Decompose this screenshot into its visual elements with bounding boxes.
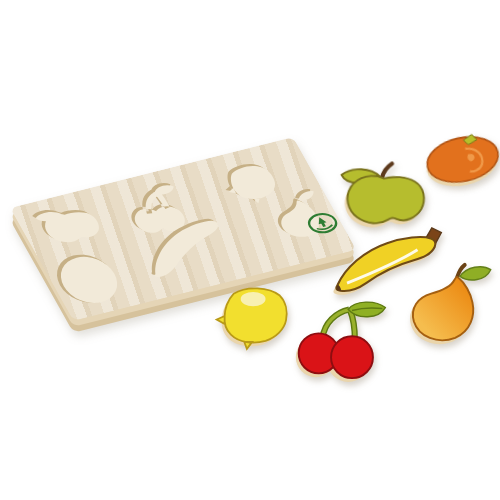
apple-body xyxy=(346,173,425,224)
pear-piece xyxy=(400,262,494,358)
lemon-slot xyxy=(215,160,284,209)
lemon-piece xyxy=(214,280,294,352)
apple-stem xyxy=(381,164,392,178)
apple-slot xyxy=(31,200,105,248)
lemon-highlight xyxy=(241,292,266,306)
board-cutouts xyxy=(10,137,356,321)
cherry-right xyxy=(331,336,373,378)
apple-piece xyxy=(332,156,432,233)
board-face xyxy=(10,137,356,321)
pear-body xyxy=(413,277,473,340)
cherries-piece xyxy=(292,298,392,382)
pear-leaf xyxy=(460,267,491,280)
product-photo xyxy=(0,0,500,500)
